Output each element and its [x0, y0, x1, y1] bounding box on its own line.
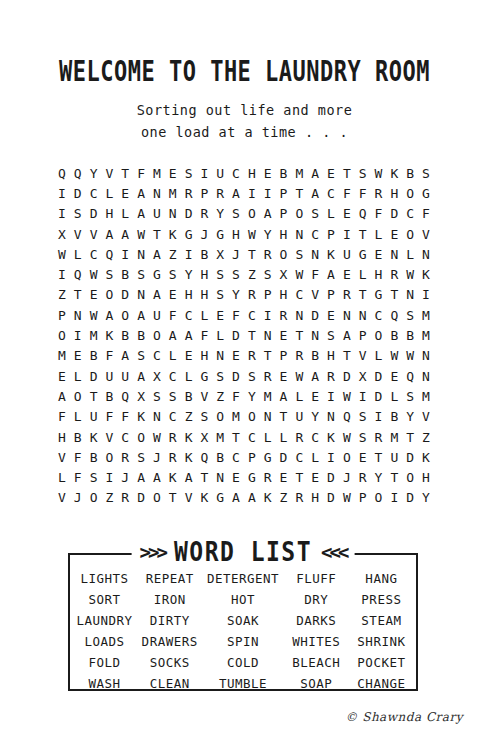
grid-cell: F: [165, 305, 181, 325]
grid-cell: D: [117, 285, 133, 305]
grid-cell: L: [371, 224, 387, 244]
word-list-columns: LIGHTSSORTLAUNDRYLOADSFOLDWASHREPEATIRON…: [72, 568, 414, 694]
word-list-item: DRY: [284, 589, 349, 610]
grid-cell: Q: [70, 264, 86, 284]
grid-cell: T: [86, 386, 102, 406]
grid-cell: J: [228, 244, 244, 264]
grid-cell: G: [181, 224, 197, 244]
grid-cell: A: [149, 285, 165, 305]
grid-cell: E: [276, 366, 292, 386]
grid-cell: F: [228, 305, 244, 325]
grid-cell: E: [165, 285, 181, 305]
grid-cell: L: [165, 346, 181, 366]
grid-cell: A: [181, 325, 197, 345]
grid-cell: H: [418, 467, 434, 487]
subtitle: Sorting out life and more one load at a …: [0, 99, 489, 143]
grid-cell: H: [196, 285, 212, 305]
grid-cell: T: [371, 447, 387, 467]
grid-cell: E: [323, 163, 339, 183]
word-list-column: REPEATIRONDIRTYDRAWERSSOCKSCLEAN: [137, 568, 202, 694]
word-list-item: LIGHTS: [72, 568, 137, 589]
grid-cell: V: [101, 163, 117, 183]
grid-cell: I: [323, 447, 339, 467]
grid-cell: D: [228, 325, 244, 345]
grid-cell: B: [402, 163, 418, 183]
grid-cell: E: [323, 305, 339, 325]
grid-cell: W: [291, 264, 307, 284]
word-list-item: SOAK: [202, 610, 283, 631]
grid-cell: O: [149, 325, 165, 345]
grid-cell: S: [307, 204, 323, 224]
grid-cell: Y: [244, 386, 260, 406]
word-list-item: FLUFF: [284, 568, 349, 589]
grid-cell: J: [196, 224, 212, 244]
grid-cell: O: [402, 183, 418, 203]
grid-cell: X: [212, 244, 228, 264]
grid-cell: T: [291, 467, 307, 487]
grid-cell: A: [228, 488, 244, 508]
grid-cell: W: [339, 386, 355, 406]
grid-cell: V: [418, 407, 434, 427]
grid-cell: Y: [181, 264, 197, 284]
grid-cell: X: [196, 427, 212, 447]
grid-cell: A: [149, 244, 165, 264]
grid-cell: R: [291, 427, 307, 447]
word-list-item: WASH: [72, 673, 137, 694]
grid-cell: T: [291, 183, 307, 203]
grid-cell: T: [244, 244, 260, 264]
grid-cell: B: [117, 325, 133, 345]
grid-cell: I: [260, 183, 276, 203]
word-list-title: WORD LIST: [174, 537, 312, 567]
grid-cell: M: [386, 427, 402, 447]
grid-cell: X: [133, 386, 149, 406]
grid-cell: R: [244, 346, 260, 366]
grid-cell: G: [212, 488, 228, 508]
grid-cell: F: [101, 407, 117, 427]
grid-cell: H: [101, 204, 117, 224]
grid-cell: I: [196, 163, 212, 183]
grid-cell: P: [323, 224, 339, 244]
grid-cell: C: [149, 346, 165, 366]
grid-cell: G: [196, 366, 212, 386]
grid-cell: S: [355, 163, 371, 183]
grid-cell: S: [165, 264, 181, 284]
grid-cell: I: [371, 407, 387, 427]
grid-cell: G: [149, 264, 165, 284]
grid-cell: R: [165, 427, 181, 447]
grid-cell: D: [86, 204, 102, 224]
grid-cell: O: [291, 204, 307, 224]
grid-cell: C: [371, 305, 387, 325]
word-list-item: HANG: [349, 568, 414, 589]
word-list-item: DETERGENT: [202, 568, 283, 589]
grid-cell: O: [244, 407, 260, 427]
grid-cell: B: [212, 447, 228, 467]
word-list-item: BLEACH: [284, 652, 349, 673]
grid-cell: N: [133, 244, 149, 264]
grid-cell: E: [339, 264, 355, 284]
grid-cell: X: [276, 264, 292, 284]
grid-cell: N: [355, 305, 371, 325]
grid-cell: R: [386, 264, 402, 284]
grid-cell: B: [402, 325, 418, 345]
grid-cell: I: [323, 386, 339, 406]
grid-cell: S: [402, 386, 418, 406]
grid-cell: A: [54, 386, 70, 406]
grid-cell: I: [181, 244, 197, 264]
grid-cell: W: [86, 305, 102, 325]
grid-cell: B: [276, 163, 292, 183]
grid-cell: E: [86, 285, 102, 305]
grid-cell: H: [276, 285, 292, 305]
grid-cell: R: [371, 183, 387, 203]
grid-cell: N: [402, 285, 418, 305]
grid-cell: H: [323, 346, 339, 366]
grid-cell: L: [371, 346, 387, 366]
grid-cell: L: [101, 183, 117, 203]
word-list-item: POCKET: [349, 652, 414, 673]
grid-cell: O: [101, 447, 117, 467]
grid-cell: V: [54, 447, 70, 467]
grid-cell: K: [323, 244, 339, 264]
grid-cell: W: [86, 264, 102, 284]
grid-cell: I: [355, 386, 371, 406]
word-list-item: COLD: [202, 652, 283, 673]
grid-cell: N: [149, 407, 165, 427]
grid-cell: U: [149, 204, 165, 224]
grid-cell: P: [54, 305, 70, 325]
grid-cell: L: [117, 204, 133, 224]
word-list-item: LOADS: [72, 631, 137, 652]
grid-cell: T: [228, 427, 244, 447]
grid-cell: M: [291, 163, 307, 183]
grid-cell: O: [133, 427, 149, 447]
grid-cell: N: [149, 183, 165, 203]
grid-cell: J: [117, 467, 133, 487]
grid-cell: Q: [70, 163, 86, 183]
word-list-item: STEAM: [349, 610, 414, 631]
grid-cell: X: [149, 366, 165, 386]
grid-cell: H: [276, 224, 292, 244]
word-search-poster: WELCOME TO THE LAUNDRY ROOM Sorting out …: [0, 0, 489, 750]
grid-cell: H: [386, 183, 402, 203]
grid-cell: E: [212, 305, 228, 325]
grid-cell: B: [181, 386, 197, 406]
grid-cell: A: [260, 204, 276, 224]
grid-cell: K: [133, 407, 149, 427]
grid-cell: I: [101, 467, 117, 487]
grid-cell: O: [117, 305, 133, 325]
grid-cell: T: [165, 488, 181, 508]
grid-cell: S: [181, 163, 197, 183]
grid-cell: L: [323, 204, 339, 224]
grid-cell: S: [355, 427, 371, 447]
grid-cell: C: [291, 447, 307, 467]
grid-cell: N: [212, 346, 228, 366]
grid-cell: X: [355, 366, 371, 386]
grid-cell: O: [402, 467, 418, 487]
word-list-column: DETERGENTHOTSOAKSPINCOLDTUMBLE: [202, 568, 283, 694]
grid-cell: A: [307, 366, 323, 386]
grid-cell: P: [276, 346, 292, 366]
grid-cell: S: [323, 325, 339, 345]
grid-cell: J: [149, 447, 165, 467]
grid-cell: T: [70, 285, 86, 305]
page-title: WELCOME TO THE LAUNDRY ROOM: [0, 44, 489, 100]
grid-cell: M: [86, 325, 102, 345]
grid-cell: R: [244, 285, 260, 305]
grid-cell: W: [54, 244, 70, 264]
subtitle-line-2: one load at a time . . .: [0, 121, 489, 143]
grid-cell: N: [418, 244, 434, 264]
grid-cell: R: [117, 488, 133, 508]
grid-cell: K: [323, 427, 339, 447]
word-list-item: TUMBLE: [202, 673, 283, 694]
grid-cell: C: [228, 163, 244, 183]
grid-cell: S: [133, 264, 149, 284]
word-list-header: >>> WORD LIST <<<: [132, 539, 355, 565]
grid-cell: B: [101, 386, 117, 406]
grid-cell: D: [307, 305, 323, 325]
grid-cell: F: [70, 447, 86, 467]
grid-cell: A: [165, 325, 181, 345]
grid-cell: L: [355, 264, 371, 284]
grid-cell: L: [70, 407, 86, 427]
grid-cell: C: [228, 447, 244, 467]
grid-cell: E: [260, 163, 276, 183]
grid-cell: S: [260, 264, 276, 284]
grid-cell: W: [339, 427, 355, 447]
grid-cell: S: [70, 204, 86, 224]
grid-cell: J: [339, 467, 355, 487]
grid-cell: W: [402, 346, 418, 366]
grid-cell: Y: [260, 224, 276, 244]
grid-cell: A: [117, 346, 133, 366]
word-list-item: LAUNDRY: [72, 610, 137, 631]
grid-cell: U: [386, 447, 402, 467]
grid-cell: R: [323, 366, 339, 386]
grid-cell: O: [371, 488, 387, 508]
grid-cell: P: [355, 325, 371, 345]
grid-cell: A: [133, 204, 149, 224]
grid-cell: R: [291, 346, 307, 366]
grid-cell: W: [149, 427, 165, 447]
grid-cell: S: [133, 447, 149, 467]
grid-cell: E: [181, 346, 197, 366]
grid-cell: E: [54, 366, 70, 386]
grid-cell: Y: [402, 407, 418, 427]
grid-cell: G: [355, 244, 371, 264]
grid-cell: R: [276, 305, 292, 325]
grid-cell: C: [117, 427, 133, 447]
grid-cell: B: [196, 244, 212, 264]
word-list-item: SOCKS: [137, 652, 202, 673]
grid-cell: V: [181, 488, 197, 508]
grid-cell: W: [402, 264, 418, 284]
grid-cell: L: [196, 305, 212, 325]
grid-cell: K: [86, 427, 102, 447]
grid-cell: D: [181, 204, 197, 224]
grid-cell: T: [149, 224, 165, 244]
grid-cell: V: [70, 224, 86, 244]
grid-cell: C: [244, 427, 260, 447]
grid-cell: B: [117, 264, 133, 284]
grid-cell: D: [70, 183, 86, 203]
grid-cell: I: [339, 224, 355, 244]
right-chevrons-icon: >>>: [138, 543, 167, 562]
grid-cell: D: [86, 366, 102, 386]
grid-cell: T: [196, 467, 212, 487]
grid-cell: F: [339, 183, 355, 203]
grid-cell: I: [70, 325, 86, 345]
grid-cell: E: [276, 467, 292, 487]
grid-cell: C: [86, 244, 102, 264]
grid-cell: V: [307, 285, 323, 305]
grid-cell: R: [260, 366, 276, 386]
grid-cell: W: [371, 163, 387, 183]
grid-cell: S: [101, 264, 117, 284]
grid-cell: N: [339, 305, 355, 325]
grid-cell: F: [196, 325, 212, 345]
grid-cell: M: [54, 346, 70, 366]
grid-cell: F: [101, 346, 117, 366]
grid-cell: V: [196, 386, 212, 406]
grid-cell: C: [323, 183, 339, 203]
word-list-item: SOAP: [284, 673, 349, 694]
grid-cell: T: [291, 325, 307, 345]
grid-cell: G: [212, 224, 228, 244]
letter-grid: QQYVTFMESIUCHEBMAETSWKBSIDCLEANMRPRAIIPT…: [54, 163, 434, 508]
grid-cell: Q: [196, 447, 212, 467]
grid-cell: C: [307, 224, 323, 244]
grid-cell: Y: [371, 467, 387, 487]
grid-cell: H: [244, 163, 260, 183]
grid-cell: P: [276, 183, 292, 203]
grid-cell: L: [181, 366, 197, 386]
grid-cell: C: [165, 407, 181, 427]
word-list-item: WHITES: [284, 631, 349, 652]
grid-cell: T: [355, 224, 371, 244]
grid-cell: I: [117, 244, 133, 264]
grid-cell: D: [339, 366, 355, 386]
word-list-item: FOLD: [72, 652, 137, 673]
grid-cell: N: [260, 407, 276, 427]
grid-cell: O: [149, 488, 165, 508]
left-chevrons-icon: <<<: [319, 543, 348, 562]
artist-signature: © Shawnda Crary: [345, 710, 463, 724]
grid-cell: R: [181, 183, 197, 203]
grid-cell: Z: [276, 488, 292, 508]
grid-cell: K: [181, 447, 197, 467]
grid-cell: P: [355, 488, 371, 508]
grid-cell: B: [386, 407, 402, 427]
grid-cell: O: [244, 204, 260, 224]
grid-cell: C: [181, 305, 197, 325]
grid-cell: H: [196, 346, 212, 366]
grid-cell: Z: [181, 407, 197, 427]
grid-cell: Q: [117, 386, 133, 406]
word-list-item: IRON: [137, 589, 202, 610]
grid-cell: F: [133, 163, 149, 183]
grid-cell: Z: [165, 244, 181, 264]
grid-cell: D: [371, 366, 387, 386]
grid-cell: E: [386, 224, 402, 244]
grid-cell: D: [323, 467, 339, 487]
grid-cell: D: [402, 447, 418, 467]
grid-cell: R: [165, 447, 181, 467]
grid-cell: X: [54, 224, 70, 244]
grid-cell: O: [276, 244, 292, 264]
grid-cell: K: [165, 224, 181, 244]
grid-cell: F: [355, 183, 371, 203]
grid-cell: L: [402, 244, 418, 264]
word-list-column: LIGHTSSORTLAUNDRYLOADSFOLDWASH: [72, 568, 137, 694]
grid-cell: T: [117, 163, 133, 183]
grid-cell: H: [181, 285, 197, 305]
grid-cell: D: [371, 386, 387, 406]
grid-cell: S: [212, 366, 228, 386]
grid-cell: S: [212, 285, 228, 305]
grid-cell: R: [196, 204, 212, 224]
word-list-item: SPIN: [202, 631, 283, 652]
grid-cell: B: [86, 447, 102, 467]
grid-cell: E: [355, 447, 371, 467]
grid-cell: A: [307, 163, 323, 183]
grid-cell: V: [355, 346, 371, 366]
grid-cell: B: [70, 427, 86, 447]
word-list-item: DRAWERS: [137, 631, 202, 652]
word-list-column: HANGPRESSSTEAMSHRINKPOCKETCHANGE: [349, 568, 414, 694]
grid-cell: F: [117, 407, 133, 427]
grid-cell: N: [165, 204, 181, 224]
grid-cell: S: [418, 163, 434, 183]
word-list-item: SHRINK: [349, 631, 414, 652]
grid-cell: S: [86, 467, 102, 487]
grid-cell: D: [276, 447, 292, 467]
grid-cell: E: [339, 204, 355, 224]
grid-cell: I: [386, 488, 402, 508]
grid-cell: S: [196, 407, 212, 427]
word-list-item: PRESS: [349, 589, 414, 610]
grid-cell: P: [244, 447, 260, 467]
grid-cell: K: [101, 325, 117, 345]
grid-cell: Y: [418, 488, 434, 508]
grid-cell: O: [86, 488, 102, 508]
grid-cell: W: [291, 366, 307, 386]
grid-cell: L: [70, 366, 86, 386]
grid-cell: N: [291, 224, 307, 244]
grid-cell: M: [418, 325, 434, 345]
grid-cell: K: [165, 467, 181, 487]
grid-cell: I: [54, 264, 70, 284]
grid-cell: U: [117, 366, 133, 386]
grid-cell: L: [70, 244, 86, 264]
grid-cell: S: [133, 346, 149, 366]
grid-cell: N: [307, 244, 323, 264]
grid-cell: F: [70, 467, 86, 487]
grid-cell: O: [212, 407, 228, 427]
grid-cell: N: [133, 285, 149, 305]
grid-cell: P: [276, 204, 292, 224]
grid-cell: F: [371, 204, 387, 224]
grid-cell: E: [228, 467, 244, 487]
grid-cell: N: [418, 366, 434, 386]
grid-cell: Z: [244, 264, 260, 284]
grid-cell: O: [54, 325, 70, 345]
grid-cell: F: [418, 204, 434, 224]
grid-cell: L: [260, 427, 276, 447]
